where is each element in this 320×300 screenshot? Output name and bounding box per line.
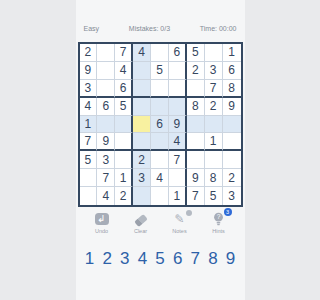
sudoku-cell-r3c2[interactable] [97, 80, 115, 98]
sudoku-cell-r7c3[interactable] [115, 151, 133, 169]
sudoku-cell-r6c3[interactable] [115, 133, 133, 151]
sudoku-cell-r9c3[interactable]: 2 [115, 187, 133, 205]
sudoku-cell-r6c7[interactable] [187, 133, 205, 151]
sudoku-cell-r9c9[interactable]: 3 [223, 187, 241, 205]
sudoku-cell-r8c8[interactable]: 8 [205, 169, 223, 187]
sudoku-cell-r8c9[interactable]: 2 [223, 169, 241, 187]
eraser-icon [135, 211, 147, 226]
undo-button[interactable]: ↲ Undo [89, 211, 115, 234]
sudoku-cell-r3c3[interactable]: 6 [115, 80, 133, 98]
sudoku-cell-r4c6[interactable] [169, 98, 187, 116]
difficulty-label: Easy [84, 25, 100, 32]
sudoku-cell-r9c7[interactable]: 7 [187, 187, 205, 205]
pencil-icon: ✎ [174, 211, 184, 226]
sudoku-cell-r7c9[interactable] [223, 151, 241, 169]
sudoku-cell-r3c4[interactable] [133, 80, 151, 98]
mistakes-label: Mistakes: 0/3 [129, 25, 170, 32]
sudoku-cell-r4c8[interactable]: 2 [205, 98, 223, 116]
sudoku-cell-r5c2[interactable] [97, 116, 115, 134]
numpad: 123456789 [76, 245, 245, 271]
sudoku-cell-r3c6[interactable] [169, 80, 187, 98]
numpad-6[interactable]: 6 [171, 250, 185, 267]
sudoku-cell-r5c6[interactable]: 9 [169, 116, 187, 134]
sudoku-cell-r3c1[interactable]: 3 [80, 80, 98, 98]
sudoku-cell-r5c5[interactable]: 6 [151, 116, 169, 134]
sudoku-cell-r7c7[interactable] [187, 151, 205, 169]
sudoku-app: Easy Mistakes: 0/3 Time: 00:00 274651945… [76, 0, 245, 300]
hints-button[interactable]: 3 ? Hints [206, 211, 232, 234]
sudoku-cell-r6c4[interactable] [133, 133, 151, 151]
svg-text:?: ? [217, 213, 221, 220]
numpad-1[interactable]: 1 [83, 250, 97, 267]
sudoku-cell-r1c2[interactable] [97, 44, 115, 62]
sudoku-cell-r3c8[interactable]: 7 [205, 80, 223, 98]
sudoku-cell-r8c2[interactable]: 7 [97, 169, 115, 187]
sudoku-cell-r5c9[interactable] [223, 116, 241, 134]
sudoku-cell-r5c4[interactable] [133, 116, 151, 134]
sudoku-cell-r3c9[interactable]: 8 [223, 80, 241, 98]
sudoku-cell-r9c4[interactable] [133, 187, 151, 205]
notes-state-badge [186, 210, 192, 216]
sudoku-cell-r7c4[interactable]: 2 [133, 151, 151, 169]
sudoku-cell-r1c4[interactable]: 4 [133, 44, 151, 62]
sudoku-cell-r3c5[interactable] [151, 80, 169, 98]
numpad-4[interactable]: 4 [135, 250, 149, 267]
numpad-9[interactable]: 9 [224, 250, 238, 267]
sudoku-cell-r2c8[interactable]: 3 [205, 62, 223, 80]
hints-label: Hints [212, 228, 225, 234]
timer-label: Time: 00:00 [200, 25, 237, 32]
sudoku-cell-r1c5[interactable] [151, 44, 169, 62]
sudoku-cell-r3c7[interactable] [187, 80, 205, 98]
sudoku-cell-r8c7[interactable]: 9 [187, 169, 205, 187]
sudoku-cell-r2c4[interactable] [133, 62, 151, 80]
sudoku-cell-r2c6[interactable] [169, 62, 187, 80]
notes-label: Notes [172, 228, 186, 234]
sudoku-cell-r4c4[interactable] [133, 98, 151, 116]
lightbulb-icon: ? [212, 211, 225, 226]
sudoku-cell-r8c4[interactable]: 3 [133, 169, 151, 187]
sudoku-cell-r7c2[interactable]: 3 [97, 151, 115, 169]
sudoku-cell-r4c5[interactable] [151, 98, 169, 116]
sudoku-cell-r2c1[interactable]: 9 [80, 62, 98, 80]
sudoku-cell-r9c6[interactable]: 1 [169, 187, 187, 205]
sudoku-cell-r4c2[interactable]: 6 [97, 98, 115, 116]
clear-label: Clear [134, 228, 147, 234]
sudoku-cell-r1c7[interactable]: 5 [187, 44, 205, 62]
numpad-7[interactable]: 7 [188, 250, 202, 267]
hints-count-badge: 3 [224, 208, 232, 216]
sudoku-cell-r1c8[interactable] [205, 44, 223, 62]
sudoku-cell-r2c5[interactable]: 5 [151, 62, 169, 80]
sudoku-cell-r4c1[interactable]: 4 [80, 98, 98, 116]
game-status-bar: Easy Mistakes: 0/3 Time: 00:00 [76, 25, 245, 32]
sudoku-cell-r8c3[interactable]: 1 [115, 169, 133, 187]
numpad-2[interactable]: 2 [100, 250, 114, 267]
sudoku-cell-r2c7[interactable]: 2 [187, 62, 205, 80]
sudoku-cell-r1c9[interactable]: 1 [223, 44, 241, 62]
sudoku-cell-r5c8[interactable] [205, 116, 223, 134]
numpad-3[interactable]: 3 [118, 250, 132, 267]
sudoku-cell-r9c1[interactable] [80, 187, 98, 205]
sudoku-cell-r1c3[interactable]: 7 [115, 44, 133, 62]
sudoku-cell-r4c3[interactable]: 5 [115, 98, 133, 116]
sudoku-cell-r7c6[interactable]: 7 [169, 151, 187, 169]
sudoku-cell-r6c9[interactable] [223, 133, 241, 151]
sudoku-cell-r6c5[interactable] [151, 133, 169, 151]
sudoku-cell-r6c1[interactable]: 7 [80, 133, 98, 151]
sudoku-cell-r2c9[interactable]: 6 [223, 62, 241, 80]
sudoku-cell-r4c9[interactable]: 9 [223, 98, 241, 116]
notes-button[interactable]: ✎ Notes [167, 211, 193, 234]
sudoku-cell-r2c3[interactable]: 4 [115, 62, 133, 80]
undo-label: Undo [95, 228, 108, 234]
sudoku-cell-r4c7[interactable]: 8 [187, 98, 205, 116]
toolbar: ↲ Undo Clear ✎ Notes 3 ? Hints [76, 211, 245, 234]
sudoku-cell-r1c1[interactable]: 2 [80, 44, 98, 62]
sudoku-board[interactable]: 2746519452363678465829169794153277134982… [78, 42, 243, 207]
sudoku-cell-r8c5[interactable]: 4 [151, 169, 169, 187]
sudoku-cell-r7c1[interactable]: 5 [80, 151, 98, 169]
sudoku-cell-r7c5[interactable] [151, 151, 169, 169]
sudoku-cell-r8c1[interactable] [80, 169, 98, 187]
sudoku-cell-r6c2[interactable]: 9 [97, 133, 115, 151]
sudoku-cell-r5c7[interactable] [187, 116, 205, 134]
sudoku-cell-r9c8[interactable]: 5 [205, 187, 223, 205]
sudoku-cell-r6c8[interactable]: 1 [205, 133, 223, 151]
sudoku-cell-r8c6[interactable] [169, 169, 187, 187]
numpad-5[interactable]: 5 [153, 250, 167, 267]
sudoku-cell-r9c5[interactable] [151, 187, 169, 205]
sudoku-cell-r5c3[interactable] [115, 116, 133, 134]
sudoku-cell-r7c8[interactable] [205, 151, 223, 169]
clear-button[interactable]: Clear [128, 211, 154, 234]
sudoku-cell-r5c1[interactable]: 1 [80, 116, 98, 134]
sudoku-cell-r1c6[interactable]: 6 [169, 44, 187, 62]
sudoku-cell-r6c6[interactable]: 4 [169, 133, 187, 151]
sudoku-cell-r2c2[interactable] [97, 62, 115, 80]
undo-icon: ↲ [95, 211, 109, 226]
sudoku-cell-r9c2[interactable]: 4 [97, 187, 115, 205]
numpad-8[interactable]: 8 [206, 250, 220, 267]
